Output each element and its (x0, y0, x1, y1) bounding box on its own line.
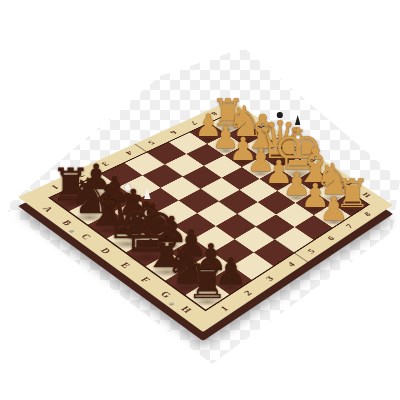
file-label-g-far: G (343, 180, 354, 187)
file-label-c-near: C (80, 232, 94, 240)
file-label-e-far: E (308, 157, 319, 163)
file-label-b-near: B (61, 218, 75, 226)
file-label-c-far: C (273, 134, 284, 140)
rank-label-3-near: 3 (264, 275, 275, 283)
rank-label-1-far: 1 (50, 184, 61, 191)
hinge-screw-2 (168, 302, 174, 306)
file-label-f-far: F (325, 168, 335, 174)
rank-label-2-near: 2 (242, 289, 253, 297)
file-label-h-near: H (180, 304, 195, 314)
rank-label-3-far: 3 (100, 161, 111, 167)
file-label-d-far: D (290, 146, 301, 152)
file-label-g-near: G (159, 289, 174, 299)
rank-label-7-far: 7 (189, 120, 199, 126)
hinge-screw-1 (69, 229, 75, 233)
file-label-e-near: E (119, 261, 133, 270)
rank-label-8-far: 8 (209, 111, 218, 117)
rank-label-4-far: 4 (124, 150, 134, 156)
file-label-a-near: A (41, 205, 55, 213)
rank-label-5-near: 5 (306, 248, 316, 255)
file-label-f-near: F (139, 275, 153, 284)
rank-label-5-far: 5 (147, 140, 157, 146)
file-label-b-far: B (256, 123, 267, 129)
rank-label-8-near: 8 (362, 211, 372, 217)
file-label-a-far: A (239, 112, 250, 118)
file-label-d-near: D (99, 246, 113, 255)
rank-label-6-far: 6 (168, 130, 178, 136)
rank-label-2-far: 2 (76, 172, 87, 179)
rank-label-1-near: 1 (219, 304, 231, 312)
rank-label-6-near: 6 (326, 235, 336, 242)
chess-set-photo: AABBCCDDEEFFGGHH8877665544332211 ♜♞♝♛♚♝♞… (0, 0, 400, 400)
rank-label-4-near: 4 (286, 261, 297, 268)
file-label-h-far: H (361, 191, 372, 198)
rank-label-7-near: 7 (344, 223, 354, 230)
